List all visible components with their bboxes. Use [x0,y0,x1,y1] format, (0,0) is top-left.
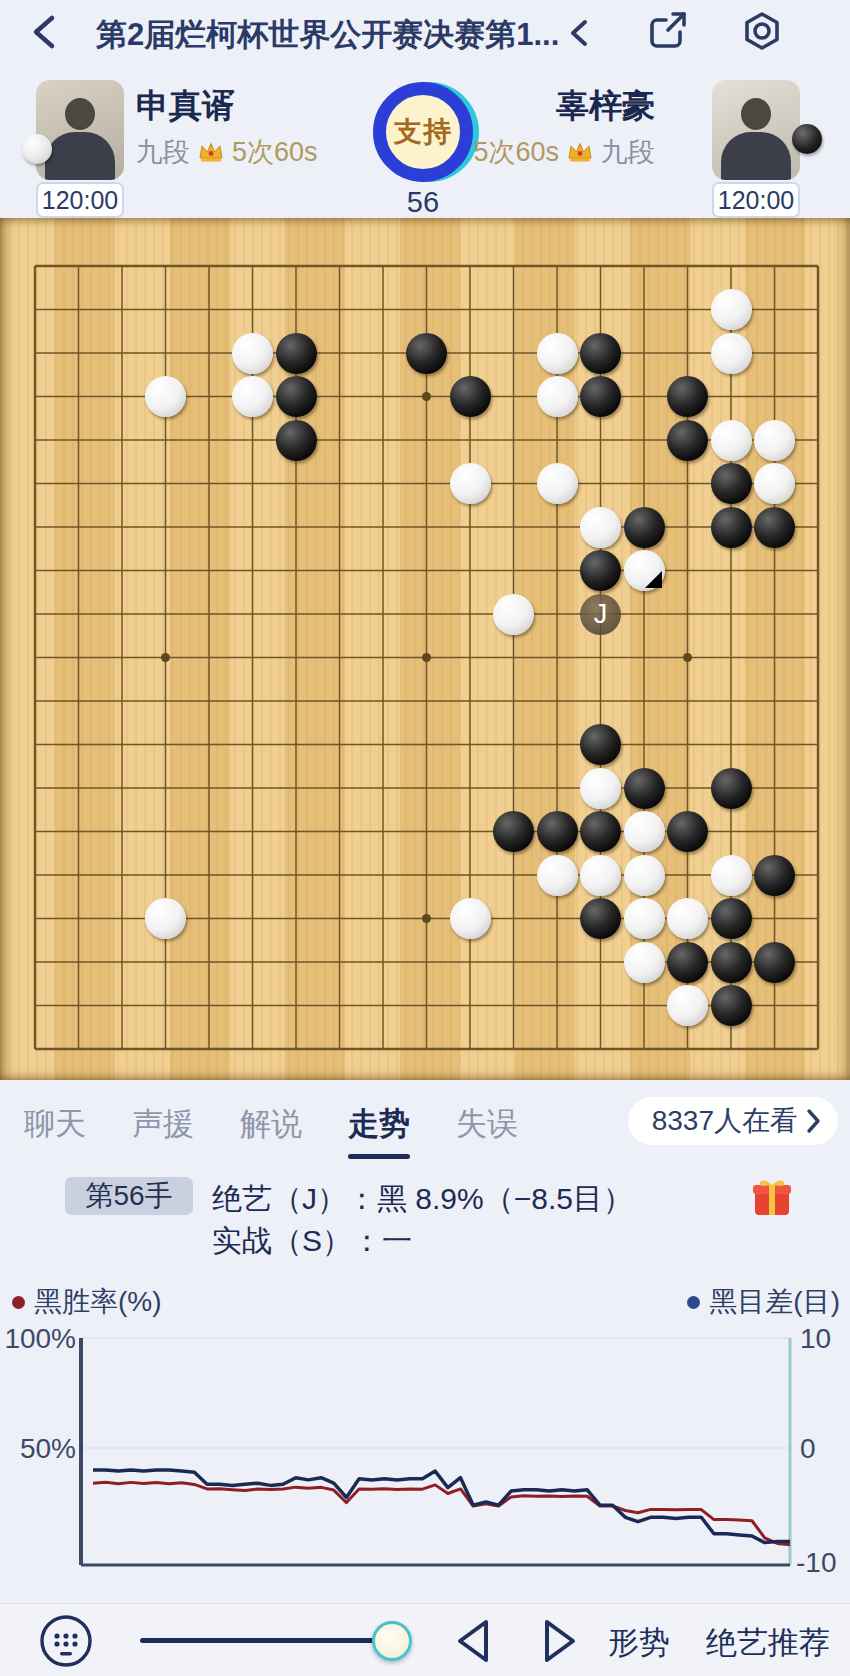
blue-dot-icon [687,1296,700,1309]
black-stone [754,855,795,896]
black-stone [580,724,621,765]
settings-icon[interactable] [738,10,786,56]
black-stone-badge [792,124,822,154]
white-stone [580,768,621,809]
avatar-silhouette [65,98,95,130]
left-player-timer: 120:00 [36,182,124,218]
header-bar: 第2届烂柯杯世界公开赛决赛第1... [0,0,850,62]
tab-解说[interactable]: 解说 [240,1103,302,1159]
white-stone [145,898,186,939]
black-stone [406,333,447,374]
black-stone [580,898,621,939]
left-player-byoyomi: 5次60s [232,134,318,170]
support-label: 支持 [394,113,452,151]
tab-走势[interactable]: 走势 [348,1103,410,1159]
right-player-timer: 120:00 [712,182,800,218]
right-player-name: 辜梓豪 [556,84,655,129]
white-stone [711,420,752,461]
black-stone [493,811,534,852]
white-stone [450,463,491,504]
go-board[interactable]: J [0,218,850,1080]
chart-legend: 黑胜率(%) 黑目差(目) [0,1283,850,1315]
left-axis-tick-50: 50% [20,1433,76,1465]
white-stone [711,333,752,374]
black-stone [667,811,708,852]
black-stone [711,942,752,983]
red-dot-icon [12,1296,25,1309]
chevron-right-icon [804,1107,822,1135]
tab-underline [132,1154,194,1159]
right-axis-tick-10: 10 [800,1323,831,1355]
white-stone [667,898,708,939]
black-stone [711,985,752,1026]
bottom-control-bar: 形势 绝艺推荐 [0,1603,850,1676]
right-player-rank-row: 5次60s 九段 [473,134,655,170]
black-stone [276,333,317,374]
actual-move-text: 实战（S）：一 [212,1221,412,1262]
page-title: 第2届烂柯杯世界公开赛决赛第1... [96,14,556,56]
black-stone [580,550,621,591]
collapse-chevron-icon[interactable] [566,18,592,48]
right-player-rank: 九段 [601,134,655,170]
avatar-silhouette [45,132,115,180]
white-stone [537,855,578,896]
white-stone [537,376,578,417]
white-stone-badge [22,134,52,164]
tab-bar: 聊天声援解说走势失误 8337人在看 [0,1095,850,1170]
white-stone [537,333,578,374]
black-stone [580,811,621,852]
black-stone [667,942,708,983]
legend-winrate: 黑胜率(%) [12,1283,162,1321]
ai-suggest-button[interactable]: 绝艺推荐 [706,1622,830,1664]
tab-underline [24,1154,86,1159]
tab-list: 聊天声援解说走势失误 [24,1103,518,1159]
left-player-avatar[interactable] [36,80,124,180]
black-stone [754,507,795,548]
black-stone [667,376,708,417]
legend-scorediff: 黑目差(目) [687,1283,840,1321]
chart-plot [0,1325,850,1580]
black-stone [450,376,491,417]
white-stone [624,811,665,852]
white-stone [145,376,186,417]
tab-聊天[interactable]: 聊天 [24,1103,86,1159]
winrate-line [93,1482,790,1545]
support-widget: 支持 56 [371,80,479,210]
white-stone [232,333,273,374]
white-stone [667,985,708,1026]
move-info-panel: 第56手 绝艺（J）：黑 8.9%（−8.5目） 实战（S）：一 [0,1175,850,1280]
white-stone [450,898,491,939]
avatar-silhouette [721,132,791,180]
back-icon[interactable] [26,12,64,52]
players-panel: 120:00 申真谞 九段 5次60s 支持 56 辜梓豪 5次60s 九段 1… [0,62,850,218]
white-stone [754,463,795,504]
move-slider-track[interactable] [140,1638,402,1643]
right-player-byoyomi: 5次60s [473,134,559,170]
black-stone [580,376,621,417]
crown-icon [198,141,224,163]
white-stone [711,855,752,896]
black-stone [537,811,578,852]
right-player-avatar[interactable] [712,80,800,180]
ai-suggestion-J-stone: J [580,594,621,635]
next-move-icon[interactable] [533,1614,585,1668]
legend-scorediff-label: 黑目差(目) [709,1283,840,1321]
move-number-badge: 第56手 [65,1177,193,1215]
support-button[interactable]: 支持 [373,82,473,182]
legend-winrate-label: 黑胜率(%) [34,1283,162,1321]
black-stone [624,507,665,548]
right-axis-tick-m10: -10 [796,1547,836,1579]
evaluation-chart: 100% 50% 10 0 -10 [0,1325,850,1580]
tab-underline [240,1154,302,1159]
left-axis-tick-100: 100% [4,1323,76,1355]
black-stone [711,898,752,939]
last-move-triangle-marker [645,571,662,588]
white-stone [232,376,273,417]
white-stone [711,289,752,330]
tab-underline [456,1154,518,1159]
left-player-rank: 九段 [136,134,190,170]
tab-声援[interactable]: 声援 [132,1103,194,1159]
move-count: 56 [371,186,475,219]
shape-analysis-button[interactable]: 形势 [608,1622,670,1664]
ai-evaluation-text: 绝艺（J）：黑 8.9%（−8.5目） [212,1179,633,1220]
tab-underline [348,1154,410,1159]
white-stone [624,898,665,939]
gift-icon[interactable] [750,1175,794,1219]
black-stone [276,420,317,461]
black-stone [711,768,752,809]
share-icon[interactable] [644,10,692,56]
white-stone [624,855,665,896]
black-stone [711,507,752,548]
black-stone [624,768,665,809]
right-axis-tick-0: 0 [800,1433,816,1465]
black-stone [754,942,795,983]
avatar-silhouette [741,98,771,130]
scorediff-line [93,1470,790,1543]
left-player-rank-row: 九段 5次60s [136,134,318,170]
white-stone [624,942,665,983]
crown-icon [567,141,593,163]
black-stone [711,463,752,504]
white-stone [493,594,534,635]
emoji-keyboard-icon[interactable] [36,1611,96,1671]
black-stone [276,376,317,417]
black-stone [580,333,621,374]
viewers-pill[interactable]: 8337人在看 [628,1097,838,1145]
viewers-count: 8337人在看 [652,1102,798,1140]
white-stone [580,855,621,896]
tab-失误[interactable]: 失误 [456,1103,518,1159]
black-stone [667,420,708,461]
white-stone [754,420,795,461]
move-slider-knob[interactable] [372,1621,412,1661]
prev-move-icon[interactable] [448,1614,500,1668]
left-player-name: 申真谞 [136,84,235,129]
white-stone [580,507,621,548]
white-stone [537,463,578,504]
